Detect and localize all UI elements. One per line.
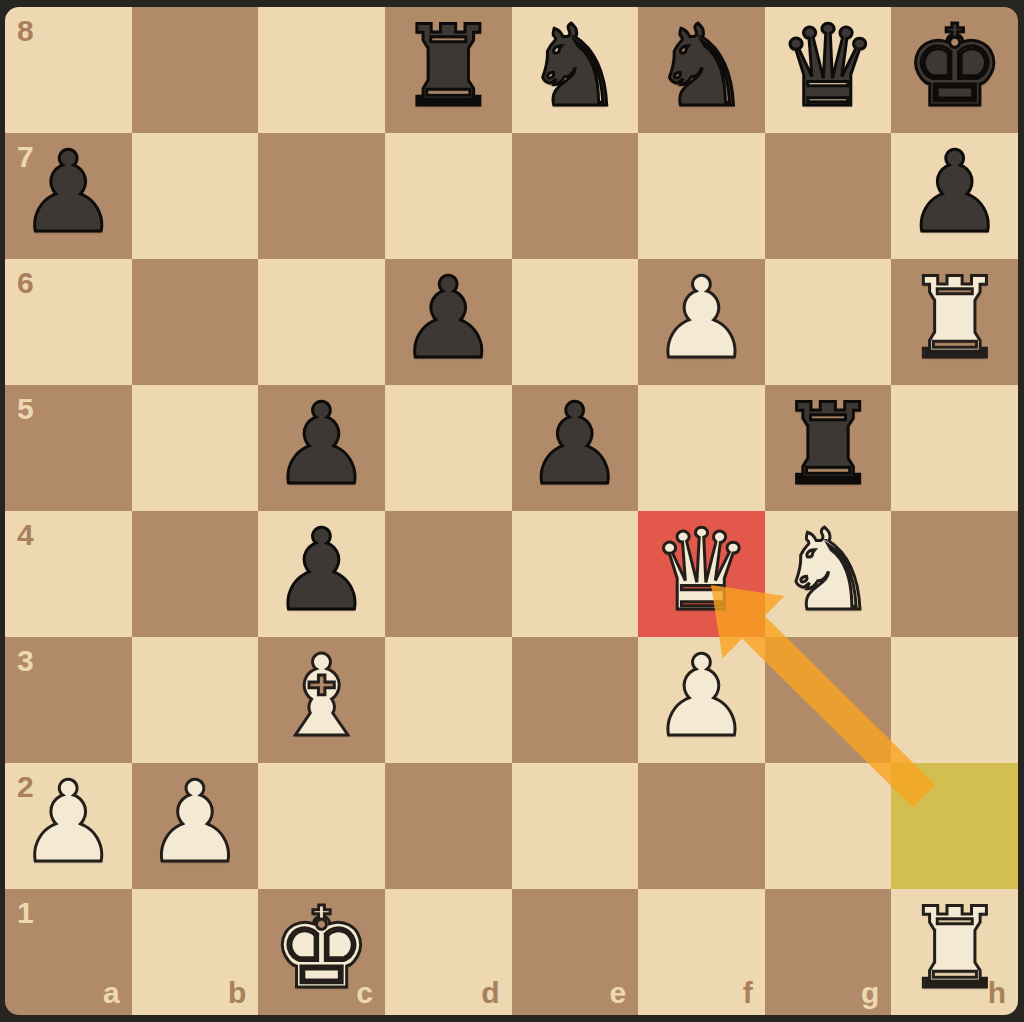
square-a4[interactable]: 4 — [5, 511, 132, 637]
square-c1[interactable]: c♚ — [258, 889, 385, 1015]
square-h5[interactable] — [891, 385, 1018, 511]
square-f1[interactable]: f — [638, 889, 765, 1015]
square-a8[interactable]: 8 — [5, 7, 132, 133]
square-c5[interactable]: ♟ — [258, 385, 385, 511]
piece-white-pawn-b2[interactable]: ♟ — [145, 766, 245, 878]
piece-white-queen-f4[interactable]: ♛ — [651, 514, 751, 626]
square-e3[interactable] — [512, 637, 639, 763]
rank-label-8: 8 — [17, 16, 34, 46]
square-f4[interactable]: ♛ — [638, 511, 765, 637]
piece-black-pawn-c4[interactable]: ♟ — [271, 514, 371, 626]
piece-black-knight-f8[interactable]: ♞ — [651, 10, 751, 122]
square-g1[interactable]: g — [765, 889, 892, 1015]
file-label-b: b — [228, 978, 246, 1008]
square-h8[interactable]: ♚ — [891, 7, 1018, 133]
rank-label-3: 3 — [17, 646, 34, 676]
piece-white-rook-h6[interactable]: ♜ — [904, 262, 1004, 374]
file-label-f: f — [743, 978, 753, 1008]
square-d2[interactable] — [385, 763, 512, 889]
rank-label-4: 4 — [17, 520, 34, 550]
square-f7[interactable] — [638, 133, 765, 259]
square-b3[interactable] — [132, 637, 259, 763]
square-a3[interactable]: 3 — [5, 637, 132, 763]
square-a2[interactable]: 2♟ — [5, 763, 132, 889]
square-c6[interactable] — [258, 259, 385, 385]
piece-black-king-h8[interactable]: ♚ — [904, 10, 1004, 122]
chess-board-grid: 8♜♞♞♛♚7♟♟6♟♟♜5♟♟♜4♟♛♞3♝♟2♟♟1abc♚defgh♜ — [5, 7, 1018, 1015]
square-h6[interactable]: ♜ — [891, 259, 1018, 385]
square-g4[interactable]: ♞ — [765, 511, 892, 637]
piece-black-knight-e8[interactable]: ♞ — [525, 10, 625, 122]
square-g6[interactable] — [765, 259, 892, 385]
square-a6[interactable]: 6 — [5, 259, 132, 385]
square-a7[interactable]: 7♟ — [5, 133, 132, 259]
square-f5[interactable] — [638, 385, 765, 511]
square-h4[interactable] — [891, 511, 1018, 637]
piece-white-rook-h1[interactable]: ♜ — [904, 892, 1004, 1004]
square-b5[interactable] — [132, 385, 259, 511]
square-d5[interactable] — [385, 385, 512, 511]
file-label-a: a — [103, 978, 120, 1008]
square-e2[interactable] — [512, 763, 639, 889]
piece-black-pawn-a7[interactable]: ♟ — [18, 136, 118, 248]
piece-black-pawn-h7[interactable]: ♟ — [904, 136, 1004, 248]
square-g7[interactable] — [765, 133, 892, 259]
square-c8[interactable] — [258, 7, 385, 133]
piece-white-knight-g4[interactable]: ♞ — [778, 514, 878, 626]
piece-white-pawn-a2[interactable]: ♟ — [18, 766, 118, 878]
square-g3[interactable] — [765, 637, 892, 763]
piece-white-pawn-f6[interactable]: ♟ — [651, 262, 751, 374]
square-h1[interactable]: h♜ — [891, 889, 1018, 1015]
rank-label-1: 1 — [17, 898, 34, 928]
piece-white-king-c1[interactable]: ♚ — [271, 892, 371, 1004]
file-label-e: e — [609, 978, 626, 1008]
piece-white-pawn-f3[interactable]: ♟ — [651, 640, 751, 752]
piece-white-bishop-c3[interactable]: ♝ — [271, 640, 371, 752]
square-g5[interactable]: ♜ — [765, 385, 892, 511]
square-e5[interactable]: ♟ — [512, 385, 639, 511]
square-b8[interactable] — [132, 7, 259, 133]
chess-board: 8♜♞♞♛♚7♟♟6♟♟♜5♟♟♜4♟♛♞3♝♟2♟♟1abc♚defgh♜ — [5, 7, 1018, 1015]
square-f8[interactable]: ♞ — [638, 7, 765, 133]
square-f3[interactable]: ♟ — [638, 637, 765, 763]
square-e6[interactable] — [512, 259, 639, 385]
piece-black-rook-g5[interactable]: ♜ — [778, 388, 878, 500]
square-d8[interactable]: ♜ — [385, 7, 512, 133]
square-e7[interactable] — [512, 133, 639, 259]
square-d1[interactable]: d — [385, 889, 512, 1015]
square-g2[interactable] — [765, 763, 892, 889]
square-c4[interactable]: ♟ — [258, 511, 385, 637]
square-h3[interactable] — [891, 637, 1018, 763]
square-c7[interactable] — [258, 133, 385, 259]
square-d4[interactable] — [385, 511, 512, 637]
square-b1[interactable]: b — [132, 889, 259, 1015]
square-f2[interactable] — [638, 763, 765, 889]
square-b7[interactable] — [132, 133, 259, 259]
rank-label-5: 5 — [17, 394, 34, 424]
piece-black-queen-g8[interactable]: ♛ — [778, 10, 878, 122]
square-a1[interactable]: 1a — [5, 889, 132, 1015]
square-a5[interactable]: 5 — [5, 385, 132, 511]
square-c2[interactable] — [258, 763, 385, 889]
piece-black-pawn-d6[interactable]: ♟ — [398, 262, 498, 374]
square-e8[interactable]: ♞ — [512, 7, 639, 133]
square-f6[interactable]: ♟ — [638, 259, 765, 385]
square-e1[interactable]: e — [512, 889, 639, 1015]
file-label-d: d — [481, 978, 499, 1008]
square-h2[interactable] — [891, 763, 1018, 889]
piece-black-rook-d8[interactable]: ♜ — [398, 10, 498, 122]
square-e4[interactable] — [512, 511, 639, 637]
file-label-g: g — [861, 978, 879, 1008]
square-h7[interactable]: ♟ — [891, 133, 1018, 259]
square-d3[interactable] — [385, 637, 512, 763]
rank-label-6: 6 — [17, 268, 34, 298]
square-g8[interactable]: ♛ — [765, 7, 892, 133]
square-b2[interactable]: ♟ — [132, 763, 259, 889]
square-d6[interactable]: ♟ — [385, 259, 512, 385]
square-c3[interactable]: ♝ — [258, 637, 385, 763]
piece-black-pawn-e5[interactable]: ♟ — [525, 388, 625, 500]
square-d7[interactable] — [385, 133, 512, 259]
piece-black-pawn-c5[interactable]: ♟ — [271, 388, 371, 500]
square-b6[interactable] — [132, 259, 259, 385]
square-b4[interactable] — [132, 511, 259, 637]
